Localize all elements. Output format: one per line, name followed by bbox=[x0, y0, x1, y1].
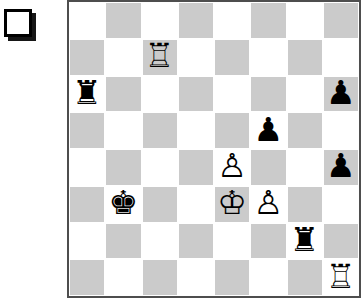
square-b2[interactable] bbox=[105, 223, 141, 260]
square-f3[interactable]: ♙ bbox=[250, 186, 286, 223]
square-d4[interactable] bbox=[178, 149, 214, 186]
square-e5[interactable] bbox=[214, 112, 250, 149]
square-g2[interactable]: ♜ bbox=[287, 223, 323, 260]
square-d2[interactable] bbox=[178, 223, 214, 260]
square-h8[interactable] bbox=[323, 2, 359, 39]
square-a2[interactable] bbox=[69, 223, 105, 260]
square-h2[interactable] bbox=[323, 223, 359, 260]
square-b5[interactable] bbox=[105, 112, 141, 149]
square-g7[interactable] bbox=[287, 39, 323, 76]
square-g4[interactable] bbox=[287, 149, 323, 186]
square-d8[interactable] bbox=[178, 2, 214, 39]
square-c8[interactable] bbox=[142, 2, 178, 39]
square-f6[interactable] bbox=[250, 76, 286, 113]
square-h7[interactable] bbox=[323, 39, 359, 76]
square-d1[interactable] bbox=[178, 259, 214, 296]
square-f4[interactable] bbox=[250, 149, 286, 186]
square-a8[interactable] bbox=[69, 2, 105, 39]
square-f5[interactable]: ♟ bbox=[250, 112, 286, 149]
square-c4[interactable] bbox=[142, 149, 178, 186]
square-b3[interactable]: ♚ bbox=[105, 186, 141, 223]
square-h4[interactable]: ♟ bbox=[323, 149, 359, 186]
square-c1[interactable] bbox=[142, 259, 178, 296]
chess-board: ♖♜♟♟♙♟♚♔♙♜♖ bbox=[67, 0, 361, 298]
square-e8[interactable] bbox=[214, 2, 250, 39]
square-d5[interactable] bbox=[178, 112, 214, 149]
square-b8[interactable] bbox=[105, 2, 141, 39]
square-d3[interactable] bbox=[178, 186, 214, 223]
piece-white-rook-c7[interactable]: ♖ bbox=[145, 39, 175, 74]
square-d6[interactable] bbox=[178, 76, 214, 113]
square-e2[interactable] bbox=[214, 223, 250, 260]
square-c3[interactable] bbox=[142, 186, 178, 223]
square-b1[interactable] bbox=[105, 259, 141, 296]
piece-black-pawn-h4[interactable]: ♟ bbox=[326, 149, 356, 184]
square-b6[interactable] bbox=[105, 76, 141, 113]
square-f7[interactable] bbox=[250, 39, 286, 76]
square-a6[interactable]: ♜ bbox=[69, 76, 105, 113]
white-to-move-indicator bbox=[4, 9, 32, 37]
square-e4[interactable]: ♙ bbox=[214, 149, 250, 186]
square-f1[interactable] bbox=[250, 259, 286, 296]
piece-white-rook-h1[interactable]: ♖ bbox=[326, 259, 356, 294]
square-a4[interactable] bbox=[69, 149, 105, 186]
square-g6[interactable] bbox=[287, 76, 323, 113]
piece-black-king-b3[interactable]: ♚ bbox=[109, 186, 139, 221]
square-d7[interactable] bbox=[178, 39, 214, 76]
square-c7[interactable]: ♖ bbox=[142, 39, 178, 76]
square-a7[interactable] bbox=[69, 39, 105, 76]
piece-black-pawn-f5[interactable]: ♟ bbox=[254, 112, 284, 147]
square-e1[interactable] bbox=[214, 259, 250, 296]
piece-black-rook-a6[interactable]: ♜ bbox=[72, 76, 102, 111]
square-e7[interactable] bbox=[214, 39, 250, 76]
square-c2[interactable] bbox=[142, 223, 178, 260]
piece-black-rook-g2[interactable]: ♜ bbox=[290, 223, 320, 258]
chess-diagram-page: { "game": "chess", "diagram": { "type": … bbox=[0, 0, 364, 302]
square-f8[interactable] bbox=[250, 2, 286, 39]
square-a5[interactable] bbox=[69, 112, 105, 149]
square-b7[interactable] bbox=[105, 39, 141, 76]
square-e6[interactable] bbox=[214, 76, 250, 113]
square-c6[interactable] bbox=[142, 76, 178, 113]
square-g3[interactable] bbox=[287, 186, 323, 223]
piece-black-pawn-h6[interactable]: ♟ bbox=[326, 76, 356, 111]
piece-white-king-e3[interactable]: ♔ bbox=[217, 186, 247, 221]
square-c5[interactable] bbox=[142, 112, 178, 149]
square-a1[interactable] bbox=[69, 259, 105, 296]
square-h1[interactable]: ♖ bbox=[323, 259, 359, 296]
square-h6[interactable]: ♟ bbox=[323, 76, 359, 113]
square-h3[interactable] bbox=[323, 186, 359, 223]
square-f2[interactable] bbox=[250, 223, 286, 260]
piece-white-pawn-f3[interactable]: ♙ bbox=[254, 186, 284, 221]
square-b4[interactable] bbox=[105, 149, 141, 186]
piece-white-pawn-e4[interactable]: ♙ bbox=[217, 149, 247, 184]
square-g5[interactable] bbox=[287, 112, 323, 149]
square-h5[interactable] bbox=[323, 112, 359, 149]
square-g8[interactable] bbox=[287, 2, 323, 39]
square-e3[interactable]: ♔ bbox=[214, 186, 250, 223]
square-a3[interactable] bbox=[69, 186, 105, 223]
square-g1[interactable] bbox=[287, 259, 323, 296]
